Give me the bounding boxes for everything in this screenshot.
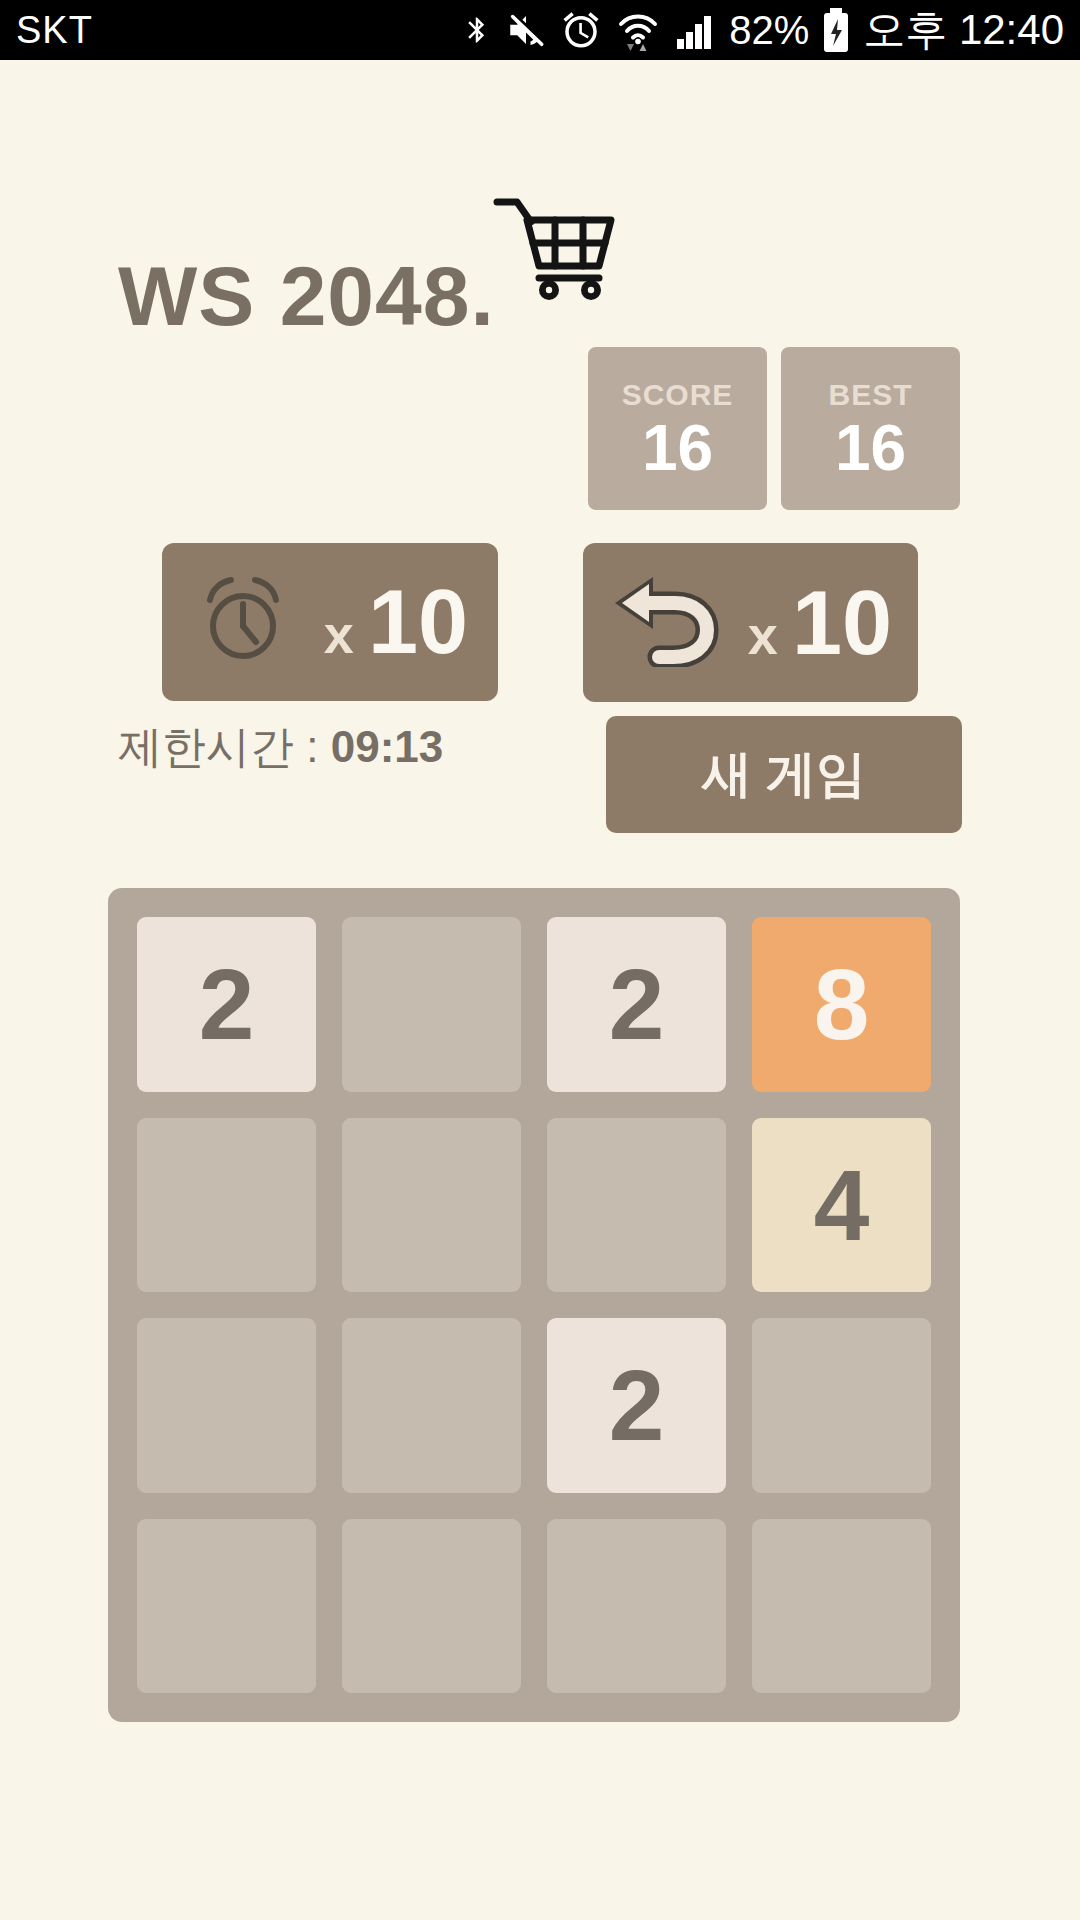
battery-charging-icon bbox=[822, 7, 850, 53]
best-value: 16 bbox=[835, 416, 906, 480]
undo-arrow-icon bbox=[615, 575, 719, 671]
status-bar-right: 82% 오후 12:40 bbox=[462, 2, 1064, 58]
undo-powerup-button[interactable]: x 10 bbox=[583, 543, 918, 702]
tile-2: 2 bbox=[137, 917, 316, 1092]
empty-cell bbox=[342, 1118, 521, 1293]
clock-label: 오후 12:40 bbox=[863, 2, 1064, 58]
undo-count-text: x 10 bbox=[748, 578, 892, 668]
tile-2: 2 bbox=[547, 917, 726, 1092]
best-box: BEST 16 bbox=[781, 347, 960, 510]
board[interactable]: 22842 bbox=[108, 888, 960, 1722]
app-screen: SKT bbox=[0, 0, 1080, 1920]
empty-cell bbox=[137, 1118, 316, 1293]
empty-cell bbox=[342, 917, 521, 1092]
timer-multiplier-prefix: x bbox=[324, 603, 354, 665]
page-title: WS 2048. bbox=[118, 248, 495, 345]
time-limit-label: 제한시간 : bbox=[118, 722, 331, 771]
score-box: SCORE 16 bbox=[588, 347, 767, 510]
undo-count: 10 bbox=[792, 578, 892, 668]
timer-powerup-button[interactable]: x 10 bbox=[162, 543, 498, 701]
timer-count-text: x 10 bbox=[324, 577, 468, 667]
tile-8: 8 bbox=[752, 917, 931, 1092]
tile-4: 4 bbox=[752, 1118, 931, 1293]
score-label: SCORE bbox=[622, 378, 734, 412]
empty-cell bbox=[342, 1519, 521, 1694]
empty-cell bbox=[137, 1519, 316, 1694]
shopping-cart-icon[interactable] bbox=[487, 186, 621, 310]
best-label: BEST bbox=[828, 378, 912, 412]
wifi-icon bbox=[615, 8, 661, 52]
status-bar: SKT bbox=[0, 0, 1080, 60]
new-game-button[interactable]: 새 게임 bbox=[606, 716, 962, 833]
tile-2: 2 bbox=[547, 1318, 726, 1493]
score-value: 16 bbox=[642, 416, 713, 480]
alarm-icon bbox=[560, 9, 602, 51]
empty-cell bbox=[547, 1118, 726, 1293]
empty-cell bbox=[547, 1519, 726, 1694]
empty-cell bbox=[137, 1318, 316, 1493]
empty-cell bbox=[752, 1519, 931, 1694]
battery-percent-label: 82% bbox=[729, 8, 809, 53]
empty-cell bbox=[342, 1318, 521, 1493]
time-limit-value: 09:13 bbox=[331, 722, 444, 771]
signal-strength-icon bbox=[674, 9, 716, 51]
volume-muted-icon bbox=[505, 9, 547, 51]
timer-count: 10 bbox=[368, 577, 468, 667]
carrier-label: SKT bbox=[16, 9, 93, 52]
bluetooth-icon bbox=[462, 10, 492, 50]
alarm-clock-icon bbox=[196, 572, 290, 672]
empty-cell bbox=[752, 1318, 931, 1493]
undo-multiplier-prefix: x bbox=[748, 604, 778, 666]
time-limit: 제한시간 : 09:13 bbox=[118, 718, 443, 777]
